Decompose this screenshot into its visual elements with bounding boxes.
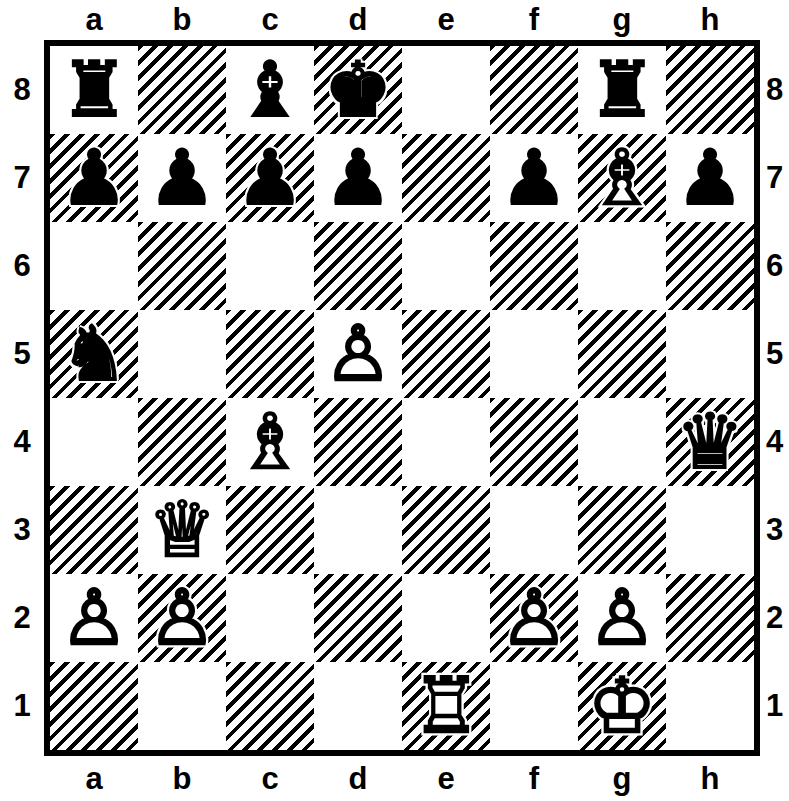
white-pawn[interactable]: ♟♙ <box>314 310 402 398</box>
white-piece-outline: ♙ <box>490 574 578 662</box>
square-a3[interactable] <box>50 486 138 574</box>
square-g8[interactable]: ♜ <box>578 46 666 134</box>
black-knight[interactable]: ♞ <box>50 310 138 398</box>
black-piece-glyph: ♟ <box>138 134 226 222</box>
black-bishop[interactable]: ♝ <box>226 46 314 134</box>
file-label-top-g: g <box>578 0 666 40</box>
black-pawn[interactable]: ♟ <box>226 134 314 222</box>
square-c8[interactable]: ♝ <box>226 46 314 134</box>
rank-labels-left: 87654321 <box>0 46 44 750</box>
black-king[interactable]: ♚ <box>314 46 402 134</box>
square-d1[interactable] <box>314 662 402 750</box>
square-c6[interactable] <box>226 222 314 310</box>
file-label-bottom-e: e <box>402 756 490 801</box>
file-label-bottom-b: b <box>138 756 226 801</box>
square-d4[interactable] <box>314 398 402 486</box>
black-pawn[interactable]: ♟ <box>50 134 138 222</box>
rank-label-left-2: 2 <box>0 574 44 662</box>
square-b7[interactable]: ♟ <box>138 134 226 222</box>
black-piece-glyph: ♟ <box>666 134 754 222</box>
square-g4[interactable] <box>578 398 666 486</box>
white-piece-outline: ♗ <box>578 134 666 222</box>
black-piece-glyph: ♜ <box>50 46 138 134</box>
square-h6[interactable] <box>666 222 754 310</box>
black-piece-glyph: ♞ <box>50 310 138 398</box>
black-rook[interactable]: ♜ <box>578 46 666 134</box>
rank-label-left-1: 1 <box>0 662 44 750</box>
square-b6[interactable] <box>138 222 226 310</box>
square-f2[interactable]: ♟♙ <box>490 574 578 662</box>
file-label-top-d: d <box>314 0 402 40</box>
rank-label-right-7: 7 <box>760 134 789 222</box>
white-king[interactable]: ♚♔ <box>578 662 666 750</box>
square-b1[interactable] <box>138 662 226 750</box>
rank-label-left-6: 6 <box>0 222 44 310</box>
square-d7[interactable]: ♟ <box>314 134 402 222</box>
file-label-top-e: e <box>402 0 490 40</box>
file-label-bottom-g: g <box>578 756 666 801</box>
white-piece-outline: ♗ <box>226 398 314 486</box>
square-f7[interactable]: ♟ <box>490 134 578 222</box>
square-g5[interactable] <box>578 310 666 398</box>
black-pawn[interactable]: ♟ <box>138 134 226 222</box>
square-e7[interactable] <box>402 134 490 222</box>
rank-label-right-6: 6 <box>760 222 789 310</box>
white-piece-outline: ♙ <box>314 310 402 398</box>
square-d5[interactable]: ♟♙ <box>314 310 402 398</box>
white-bishop[interactable]: ♝♗ <box>226 398 314 486</box>
white-queen[interactable]: ♛♕ <box>138 486 226 574</box>
black-piece-glyph: ♜ <box>578 46 666 134</box>
black-piece-glyph: ♛ <box>666 398 754 486</box>
square-a6[interactable] <box>50 222 138 310</box>
file-label-top-b: b <box>138 0 226 40</box>
white-pawn[interactable]: ♟♙ <box>578 574 666 662</box>
square-d2[interactable] <box>314 574 402 662</box>
black-pawn[interactable]: ♟ <box>314 134 402 222</box>
square-b8[interactable] <box>138 46 226 134</box>
square-b3[interactable]: ♛♕ <box>138 486 226 574</box>
square-g1[interactable]: ♚♔ <box>578 662 666 750</box>
square-g6[interactable] <box>578 222 666 310</box>
white-piece-outline: ♙ <box>50 574 138 662</box>
chess-diagram: abcdefgh 87654321 ♜♝♚♜♟♟♟♟♟♝♗♟♞♟♙♝♗♛♛♕♟♙… <box>0 0 789 801</box>
chess-board: ♜♝♚♜♟♟♟♟♟♝♗♟♞♟♙♝♗♛♛♕♟♙♟♙♟♙♟♙♜♖♚♔ <box>50 46 754 750</box>
square-g7[interactable]: ♝♗ <box>578 134 666 222</box>
square-f1[interactable] <box>490 662 578 750</box>
square-a2[interactable]: ♟♙ <box>50 574 138 662</box>
file-label-bottom-h: h <box>666 756 754 801</box>
black-pawn[interactable]: ♟ <box>490 134 578 222</box>
rank-label-left-5: 5 <box>0 310 44 398</box>
square-e8[interactable] <box>402 46 490 134</box>
square-d3[interactable] <box>314 486 402 574</box>
file-labels-bottom: abcdefgh <box>50 756 754 801</box>
file-labels-top: abcdefgh <box>50 0 754 40</box>
black-piece-glyph: ♟ <box>490 134 578 222</box>
file-label-top-f: f <box>490 0 578 40</box>
white-pawn[interactable]: ♟♙ <box>490 574 578 662</box>
square-e3[interactable] <box>402 486 490 574</box>
file-label-top-h: h <box>666 0 754 40</box>
rank-label-left-4: 4 <box>0 398 44 486</box>
square-b4[interactable] <box>138 398 226 486</box>
square-e4[interactable] <box>402 398 490 486</box>
square-c4[interactable]: ♝♗ <box>226 398 314 486</box>
black-piece-glyph: ♟ <box>50 134 138 222</box>
white-piece-outline: ♔ <box>578 662 666 750</box>
square-h8[interactable] <box>666 46 754 134</box>
rank-label-left-7: 7 <box>0 134 44 222</box>
rank-label-right-3: 3 <box>760 486 789 574</box>
square-e5[interactable] <box>402 310 490 398</box>
square-h7[interactable]: ♟ <box>666 134 754 222</box>
square-a8[interactable]: ♜ <box>50 46 138 134</box>
black-piece-glyph: ♟ <box>226 134 314 222</box>
file-label-bottom-f: f <box>490 756 578 801</box>
square-h5[interactable] <box>666 310 754 398</box>
rank-label-left-3: 3 <box>0 486 44 574</box>
square-a7[interactable]: ♟ <box>50 134 138 222</box>
square-c2[interactable] <box>226 574 314 662</box>
square-b5[interactable] <box>138 310 226 398</box>
black-queen[interactable]: ♛ <box>666 398 754 486</box>
square-c5[interactable] <box>226 310 314 398</box>
square-f6[interactable] <box>490 222 578 310</box>
white-piece-outline: ♙ <box>138 574 226 662</box>
square-a4[interactable] <box>50 398 138 486</box>
square-e1[interactable]: ♜♖ <box>402 662 490 750</box>
white-pawn[interactable]: ♟♙ <box>50 574 138 662</box>
black-piece-glyph: ♟ <box>314 134 402 222</box>
square-h4[interactable]: ♛ <box>666 398 754 486</box>
square-f3[interactable] <box>490 486 578 574</box>
square-b2[interactable]: ♟♙ <box>138 574 226 662</box>
black-piece-glyph: ♚ <box>314 46 402 134</box>
square-c3[interactable] <box>226 486 314 574</box>
square-e6[interactable] <box>402 222 490 310</box>
square-e2[interactable] <box>402 574 490 662</box>
white-piece-outline: ♙ <box>578 574 666 662</box>
rank-label-left-8: 8 <box>0 46 44 134</box>
black-rook[interactable]: ♜ <box>50 46 138 134</box>
square-h2[interactable] <box>666 574 754 662</box>
rank-labels-right: 87654321 <box>760 46 789 750</box>
board-frame: ♜♝♚♜♟♟♟♟♟♝♗♟♞♟♙♝♗♛♛♕♟♙♟♙♟♙♟♙♜♖♚♔ <box>44 40 760 756</box>
square-f5[interactable] <box>490 310 578 398</box>
black-pawn[interactable]: ♟ <box>666 134 754 222</box>
square-g3[interactable] <box>578 486 666 574</box>
white-piece-outline: ♖ <box>402 662 490 750</box>
square-d8[interactable]: ♚ <box>314 46 402 134</box>
black-piece-glyph: ♝ <box>226 46 314 134</box>
file-label-bottom-d: d <box>314 756 402 801</box>
file-label-bottom-a: a <box>50 756 138 801</box>
rank-label-right-1: 1 <box>760 662 789 750</box>
white-rook[interactable]: ♜♖ <box>402 662 490 750</box>
square-f8[interactable] <box>490 46 578 134</box>
square-h1[interactable] <box>666 662 754 750</box>
square-a1[interactable] <box>50 662 138 750</box>
rank-label-right-4: 4 <box>760 398 789 486</box>
rank-label-right-8: 8 <box>760 46 789 134</box>
square-f4[interactable] <box>490 398 578 486</box>
white-piece-outline: ♕ <box>138 486 226 574</box>
square-h3[interactable] <box>666 486 754 574</box>
rank-label-right-2: 2 <box>760 574 789 662</box>
white-pawn[interactable]: ♟♙ <box>138 574 226 662</box>
square-g2[interactable]: ♟♙ <box>578 574 666 662</box>
file-label-top-c: c <box>226 0 314 40</box>
file-label-top-a: a <box>50 0 138 40</box>
rank-label-right-5: 5 <box>760 310 789 398</box>
file-label-bottom-c: c <box>226 756 314 801</box>
square-c7[interactable]: ♟ <box>226 134 314 222</box>
square-a5[interactable]: ♞ <box>50 310 138 398</box>
square-d6[interactable] <box>314 222 402 310</box>
white-bishop[interactable]: ♝♗ <box>578 134 666 222</box>
square-c1[interactable] <box>226 662 314 750</box>
